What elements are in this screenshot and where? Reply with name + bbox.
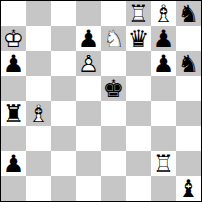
square-c5[interactable] xyxy=(51,76,76,101)
square-a3[interactable] xyxy=(1,126,26,151)
square-b5[interactable] xyxy=(26,76,51,101)
square-f4[interactable] xyxy=(126,101,151,126)
square-d4[interactable] xyxy=(76,101,101,126)
square-a1[interactable] xyxy=(1,176,26,201)
square-d8[interactable] xyxy=(76,1,101,26)
square-h1[interactable]: ♝ xyxy=(176,176,201,201)
square-b4[interactable]: ♝♗ xyxy=(26,101,51,126)
square-a7[interactable]: ♚♔ xyxy=(1,26,26,51)
black-king: ♚ xyxy=(101,76,126,101)
black-knight: ♞ xyxy=(176,1,201,26)
square-f6[interactable] xyxy=(126,51,151,76)
chess-board: ♜♖♝♗♞♚♔♟♞♘♛♟♟♟♙♟♞♚♜♝♗♟♜♖♝ xyxy=(0,0,202,202)
square-h5[interactable] xyxy=(176,76,201,101)
square-h4[interactable] xyxy=(176,101,201,126)
square-a8[interactable] xyxy=(1,1,26,26)
square-d3[interactable] xyxy=(76,126,101,151)
square-e8[interactable] xyxy=(101,1,126,26)
chess-diagram: ♜♖♝♗♞♚♔♟♞♘♛♟♟♟♙♟♞♚♜♝♗♟♜♖♝ xyxy=(0,0,202,202)
square-d6[interactable]: ♟♙ xyxy=(76,51,101,76)
square-h8[interactable]: ♞ xyxy=(176,1,201,26)
black-queen: ♛ xyxy=(126,26,151,51)
black-bishop: ♝ xyxy=(176,176,201,201)
square-h3[interactable] xyxy=(176,126,201,151)
square-a2[interactable]: ♟ xyxy=(1,151,26,176)
square-e1[interactable] xyxy=(101,176,126,201)
white-bishop: ♝♗ xyxy=(26,101,51,126)
square-a6[interactable]: ♟ xyxy=(1,51,26,76)
square-g6[interactable]: ♟ xyxy=(151,51,176,76)
square-b8[interactable] xyxy=(26,1,51,26)
black-rook: ♜ xyxy=(1,101,26,126)
square-d7[interactable]: ♟ xyxy=(76,26,101,51)
square-e2[interactable] xyxy=(101,151,126,176)
square-a5[interactable] xyxy=(1,76,26,101)
black-pawn: ♟ xyxy=(151,26,176,51)
square-d2[interactable] xyxy=(76,151,101,176)
square-g8[interactable]: ♝♗ xyxy=(151,1,176,26)
black-pawn: ♟ xyxy=(76,26,101,51)
black-knight: ♞ xyxy=(176,51,201,76)
square-f3[interactable] xyxy=(126,126,151,151)
square-b3[interactable] xyxy=(26,126,51,151)
square-c3[interactable] xyxy=(51,126,76,151)
square-b6[interactable] xyxy=(26,51,51,76)
square-f5[interactable] xyxy=(126,76,151,101)
square-f1[interactable] xyxy=(126,176,151,201)
square-g7[interactable]: ♟ xyxy=(151,26,176,51)
square-d5[interactable] xyxy=(76,76,101,101)
square-c7[interactable] xyxy=(51,26,76,51)
square-h7[interactable] xyxy=(176,26,201,51)
square-g5[interactable] xyxy=(151,76,176,101)
square-c2[interactable] xyxy=(51,151,76,176)
square-c8[interactable] xyxy=(51,1,76,26)
square-a4[interactable]: ♜ xyxy=(1,101,26,126)
square-c1[interactable] xyxy=(51,176,76,201)
square-g3[interactable] xyxy=(151,126,176,151)
square-b2[interactable] xyxy=(26,151,51,176)
square-g2[interactable]: ♜♖ xyxy=(151,151,176,176)
square-e5[interactable]: ♚ xyxy=(101,76,126,101)
square-b1[interactable] xyxy=(26,176,51,201)
square-g4[interactable] xyxy=(151,101,176,126)
square-h6[interactable]: ♞ xyxy=(176,51,201,76)
white-knight: ♞♘ xyxy=(101,26,126,51)
square-h2[interactable] xyxy=(176,151,201,176)
square-g1[interactable] xyxy=(151,176,176,201)
white-rook: ♜♖ xyxy=(126,1,151,26)
white-bishop: ♝♗ xyxy=(151,1,176,26)
square-e4[interactable] xyxy=(101,101,126,126)
square-e6[interactable] xyxy=(101,51,126,76)
square-d1[interactable] xyxy=(76,176,101,201)
square-f2[interactable] xyxy=(126,151,151,176)
white-pawn: ♟♙ xyxy=(76,51,101,76)
square-e3[interactable] xyxy=(101,126,126,151)
white-king: ♚♔ xyxy=(1,26,26,51)
square-c4[interactable] xyxy=(51,101,76,126)
square-c6[interactable] xyxy=(51,51,76,76)
black-pawn: ♟ xyxy=(1,151,26,176)
white-rook: ♜♖ xyxy=(151,151,176,176)
square-e7[interactable]: ♞♘ xyxy=(101,26,126,51)
square-f7[interactable]: ♛ xyxy=(126,26,151,51)
black-pawn: ♟ xyxy=(151,51,176,76)
square-f8[interactable]: ♜♖ xyxy=(126,1,151,26)
black-pawn: ♟ xyxy=(1,51,26,76)
square-b7[interactable] xyxy=(26,26,51,51)
